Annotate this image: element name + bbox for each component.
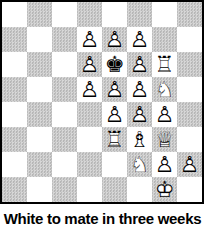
- white-pawn-piece: ♟♙: [102, 102, 127, 127]
- puzzle-caption: White to mate in three weeks: [0, 204, 205, 232]
- square-f8: [127, 2, 152, 27]
- chess-board: ♟♙♟♙♟♙♟♙♚♟♙♜♖♟♙♟♙♟♙♞♘♟♙♟♙♟♙♜♖♝♗♛♕♞♘♟♙♟♙♚…: [0, 0, 204, 204]
- white-pawn-piece: ♟♙: [77, 52, 102, 77]
- square-d7: ♟♙: [77, 27, 102, 52]
- square-c2: [52, 152, 77, 177]
- square-d5: ♟♙: [77, 77, 102, 102]
- square-a8: [2, 2, 27, 27]
- square-e6: ♚: [102, 52, 127, 77]
- square-c4: [52, 102, 77, 127]
- square-a5: [2, 77, 27, 102]
- square-g4: ♟♙: [152, 102, 177, 127]
- square-e4: ♟♙: [102, 102, 127, 127]
- square-e3: ♜♖: [102, 127, 127, 152]
- square-a1: [2, 177, 27, 202]
- white-piece-outline-glyph: ♘: [152, 77, 177, 102]
- white-bishop-piece: ♝♗: [127, 127, 152, 152]
- square-g1: ♚♔: [152, 177, 177, 202]
- black-piece-glyph: ♚: [102, 52, 127, 77]
- square-h6: [177, 52, 202, 77]
- square-d6: ♟♙: [77, 52, 102, 77]
- square-c3: [52, 127, 77, 152]
- square-b3: [27, 127, 52, 152]
- white-piece-outline-glyph: ♙: [177, 152, 202, 177]
- square-e5: ♟♙: [102, 77, 127, 102]
- square-h7: [177, 27, 202, 52]
- square-h2: ♟♙: [177, 152, 202, 177]
- square-h3: [177, 127, 202, 152]
- square-b1: [27, 177, 52, 202]
- square-f1: [127, 177, 152, 202]
- white-piece-outline-glyph: ♔: [152, 177, 177, 202]
- square-f6: ♟♙: [127, 52, 152, 77]
- white-piece-outline-glyph: ♙: [77, 52, 102, 77]
- square-a2: [2, 152, 27, 177]
- square-b8: [27, 2, 52, 27]
- white-piece-outline-glyph: ♙: [127, 77, 152, 102]
- black-king-piece: ♚: [102, 52, 127, 77]
- white-pawn-piece: ♟♙: [152, 102, 177, 127]
- white-pawn-piece: ♟♙: [77, 77, 102, 102]
- square-b2: [27, 152, 52, 177]
- square-c1: [52, 177, 77, 202]
- white-pawn-piece: ♟♙: [127, 77, 152, 102]
- square-b4: [27, 102, 52, 127]
- square-e2: [102, 152, 127, 177]
- white-piece-outline-glyph: ♘: [127, 152, 152, 177]
- square-b6: [27, 52, 52, 77]
- square-g2: ♟♙: [152, 152, 177, 177]
- white-piece-outline-glyph: ♙: [102, 102, 127, 127]
- square-b7: [27, 27, 52, 52]
- square-f5: ♟♙: [127, 77, 152, 102]
- white-pawn-piece: ♟♙: [77, 27, 102, 52]
- white-piece-outline-glyph: ♙: [152, 102, 177, 127]
- white-king-piece: ♚♔: [152, 177, 177, 202]
- square-g7: [152, 27, 177, 52]
- square-g5: ♞♘: [152, 77, 177, 102]
- square-d4: [77, 102, 102, 127]
- square-e1: [102, 177, 127, 202]
- square-f3: ♝♗: [127, 127, 152, 152]
- white-piece-outline-glyph: ♗: [127, 127, 152, 152]
- white-piece-outline-glyph: ♖: [152, 52, 177, 77]
- square-c5: [52, 77, 77, 102]
- square-d2: [77, 152, 102, 177]
- white-pawn-piece: ♟♙: [102, 27, 127, 52]
- white-pawn-piece: ♟♙: [102, 77, 127, 102]
- white-knight-piece: ♞♘: [127, 152, 152, 177]
- white-piece-outline-glyph: ♙: [127, 52, 152, 77]
- white-piece-outline-glyph: ♙: [127, 27, 152, 52]
- white-pawn-piece: ♟♙: [127, 27, 152, 52]
- white-rook-piece: ♜♖: [102, 127, 127, 152]
- square-d3: [77, 127, 102, 152]
- square-d8: [77, 2, 102, 27]
- square-a7: [2, 27, 27, 52]
- square-c8: [52, 2, 77, 27]
- square-a4: [2, 102, 27, 127]
- white-piece-outline-glyph: ♙: [152, 152, 177, 177]
- square-f4: ♟♙: [127, 102, 152, 127]
- square-h4: [177, 102, 202, 127]
- square-d1: [77, 177, 102, 202]
- square-g3: ♛♕: [152, 127, 177, 152]
- white-piece-outline-glyph: ♙: [127, 102, 152, 127]
- white-queen-piece: ♛♕: [152, 127, 177, 152]
- white-piece-outline-glyph: ♙: [77, 27, 102, 52]
- square-g8: [152, 2, 177, 27]
- white-knight-piece: ♞♘: [152, 77, 177, 102]
- square-a6: [2, 52, 27, 77]
- white-piece-outline-glyph: ♖: [102, 127, 127, 152]
- square-g6: ♜♖: [152, 52, 177, 77]
- chess-puzzle-diagram: ♟♙♟♙♟♙♟♙♚♟♙♜♖♟♙♟♙♟♙♞♘♟♙♟♙♟♙♜♖♝♗♛♕♞♘♟♙♟♙♚…: [0, 0, 204, 232]
- square-e8: [102, 2, 127, 27]
- square-h1: [177, 177, 202, 202]
- square-f2: ♞♘: [127, 152, 152, 177]
- square-e7: ♟♙: [102, 27, 127, 52]
- square-h5: [177, 77, 202, 102]
- white-pawn-piece: ♟♙: [127, 52, 152, 77]
- white-piece-outline-glyph: ♕: [152, 127, 177, 152]
- white-pawn-piece: ♟♙: [127, 102, 152, 127]
- white-pawn-piece: ♟♙: [177, 152, 202, 177]
- square-f7: ♟♙: [127, 27, 152, 52]
- white-piece-outline-glyph: ♙: [102, 77, 127, 102]
- square-h8: [177, 2, 202, 27]
- white-piece-outline-glyph: ♙: [102, 27, 127, 52]
- white-piece-outline-glyph: ♙: [77, 77, 102, 102]
- square-c7: [52, 27, 77, 52]
- square-c6: [52, 52, 77, 77]
- square-a3: [2, 127, 27, 152]
- white-pawn-piece: ♟♙: [152, 152, 177, 177]
- white-rook-piece: ♜♖: [152, 52, 177, 77]
- square-b5: [27, 77, 52, 102]
